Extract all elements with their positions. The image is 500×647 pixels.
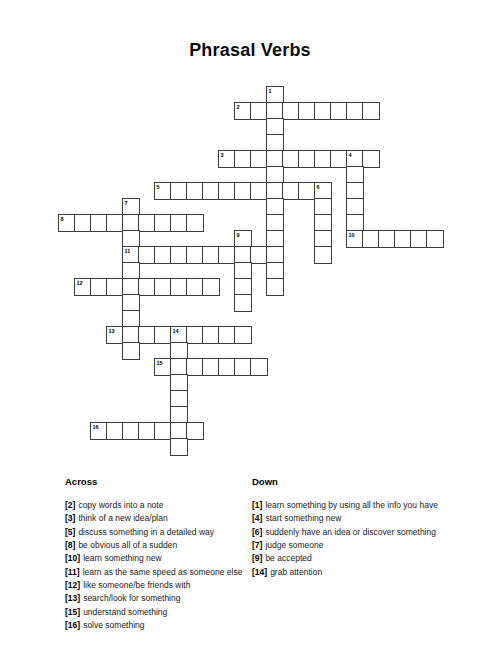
crossword-cell[interactable] bbox=[314, 102, 332, 120]
clue-number: [2] bbox=[65, 500, 75, 510]
crossword-cell[interactable] bbox=[138, 326, 156, 344]
clue-text: judge someone bbox=[265, 540, 323, 550]
crossword-cell[interactable] bbox=[122, 214, 140, 232]
cell-number: 8 bbox=[61, 216, 64, 222]
crossword-cell[interactable] bbox=[122, 342, 140, 360]
crossword-cell[interactable] bbox=[266, 246, 284, 264]
crossword-cell[interactable] bbox=[298, 150, 316, 168]
clue-text: solve something bbox=[83, 620, 144, 630]
down-header: Down bbox=[252, 476, 497, 487]
clue-number: [4] bbox=[252, 513, 262, 523]
crossword-cell[interactable] bbox=[314, 214, 332, 232]
clue-number: [5] bbox=[65, 527, 75, 537]
clue-number: [6] bbox=[252, 527, 262, 537]
crossword-cell[interactable] bbox=[218, 246, 236, 264]
clue-number: [1] bbox=[252, 500, 262, 510]
crossword-cell[interactable] bbox=[330, 102, 348, 120]
crossword-cell[interactable] bbox=[170, 342, 188, 360]
clue-item: [4]start something new bbox=[252, 512, 497, 525]
crossword-cell[interactable] bbox=[170, 214, 188, 232]
crossword-cell[interactable] bbox=[298, 102, 316, 120]
crossword-cell[interactable] bbox=[202, 182, 220, 200]
cell-number: 4 bbox=[349, 152, 352, 158]
crossword-cell[interactable]: 10 bbox=[346, 230, 364, 248]
crossword-cell[interactable] bbox=[106, 422, 124, 440]
crossword-cell[interactable] bbox=[186, 326, 204, 344]
cell-number: 1 bbox=[269, 88, 272, 94]
crossword-cell[interactable] bbox=[266, 182, 284, 200]
crossword-cell[interactable] bbox=[314, 246, 332, 264]
crossword-cell[interactable] bbox=[394, 230, 412, 248]
down-clue-list: [1]learn something by using all the info… bbox=[252, 499, 497, 579]
clue-text: discuss something in a detailed way bbox=[78, 527, 214, 537]
crossword-cell[interactable] bbox=[154, 422, 172, 440]
crossword-cell[interactable] bbox=[186, 214, 204, 232]
clue-item: [13]search/look for something bbox=[65, 592, 250, 605]
crossword-cell[interactable]: 4 bbox=[346, 150, 364, 168]
crossword-cell[interactable] bbox=[346, 198, 364, 216]
clue-item: [2]copy words into a note bbox=[65, 499, 250, 512]
crossword-cell[interactable]: 16 bbox=[90, 422, 108, 440]
crossword-cell[interactable] bbox=[186, 246, 204, 264]
crossword-cell[interactable] bbox=[314, 198, 332, 216]
crossword-cell[interactable] bbox=[218, 182, 236, 200]
clue-item: [12]like someone/be friends with bbox=[65, 579, 250, 592]
crossword-cell[interactable] bbox=[170, 374, 188, 392]
crossword-cell[interactable] bbox=[266, 230, 284, 248]
puzzle-title: Phrasal Verbs bbox=[0, 40, 500, 61]
crossword-cell[interactable] bbox=[346, 166, 364, 184]
crossword-cell[interactable] bbox=[122, 230, 140, 248]
crossword-cell[interactable] bbox=[426, 230, 444, 248]
clue-number: [7] bbox=[252, 540, 262, 550]
crossword-cell[interactable] bbox=[138, 214, 156, 232]
crossword-cell[interactable] bbox=[122, 422, 140, 440]
crossword-cell[interactable] bbox=[234, 262, 252, 280]
crossword-cell[interactable] bbox=[202, 278, 220, 296]
crossword-cell[interactable] bbox=[346, 182, 364, 200]
crossword-cell[interactable] bbox=[266, 134, 284, 152]
crossword-cell[interactable] bbox=[186, 358, 204, 376]
crossword-cell[interactable]: 12 bbox=[74, 278, 92, 296]
cell-number: 15 bbox=[157, 360, 163, 366]
crossword-cell[interactable]: 6 bbox=[314, 182, 332, 200]
crossword-cell[interactable] bbox=[218, 358, 236, 376]
crossword-cell[interactable] bbox=[330, 150, 348, 168]
crossword-cell[interactable]: 9 bbox=[234, 230, 252, 248]
clue-item: [7]judge someone bbox=[252, 539, 497, 552]
crossword-cell[interactable] bbox=[250, 102, 268, 120]
crossword-cell[interactable] bbox=[266, 102, 284, 120]
crossword-cell[interactable]: 13 bbox=[106, 326, 124, 344]
crossword-cell[interactable] bbox=[106, 214, 124, 232]
clue-number: [14] bbox=[252, 567, 267, 577]
crossword-cell[interactable] bbox=[154, 246, 172, 264]
clue-text: suddenly have an idea or discover someth… bbox=[265, 527, 436, 537]
crossword-cell[interactable] bbox=[202, 246, 220, 264]
clue-text: learn as the same speed as someone else bbox=[83, 567, 243, 577]
crossword-cell[interactable] bbox=[346, 102, 364, 120]
crossword-cell[interactable] bbox=[122, 278, 140, 296]
crossword-cell[interactable] bbox=[250, 150, 268, 168]
crossword-cell[interactable] bbox=[410, 230, 428, 248]
crossword-cell[interactable]: 14 bbox=[170, 326, 188, 344]
crossword-cell[interactable] bbox=[218, 326, 236, 344]
cell-number: 7 bbox=[125, 200, 128, 206]
across-header: Across bbox=[65, 476, 250, 487]
clue-number: [3] bbox=[65, 513, 75, 523]
crossword-cell[interactable] bbox=[314, 150, 332, 168]
crossword-cell[interactable]: 3 bbox=[218, 150, 236, 168]
page: Phrasal Verbs 12345678910111213141516 Ac… bbox=[0, 0, 500, 647]
crossword-cell[interactable] bbox=[234, 294, 252, 312]
crossword-cell[interactable] bbox=[122, 294, 140, 312]
cell-number: 16 bbox=[93, 424, 99, 430]
crossword-cell[interactable] bbox=[266, 198, 284, 216]
crossword-cell[interactable] bbox=[282, 182, 300, 200]
crossword-cell[interactable] bbox=[154, 326, 172, 344]
crossword-cell[interactable] bbox=[170, 246, 188, 264]
crossword-cell[interactable] bbox=[202, 326, 220, 344]
crossword-cell[interactable] bbox=[74, 214, 92, 232]
clue-number: [11] bbox=[65, 567, 80, 577]
crossword-cell[interactable] bbox=[154, 278, 172, 296]
across-clue-list: [2]copy words into a note[3]think of a n… bbox=[65, 499, 250, 632]
crossword-cell[interactable] bbox=[362, 150, 380, 168]
clue-number: [13] bbox=[65, 593, 80, 603]
clue-text: learn something by using all the info yo… bbox=[265, 500, 437, 510]
crossword-cell[interactable] bbox=[170, 358, 188, 376]
crossword-cell[interactable] bbox=[170, 438, 188, 456]
clue-text: search/look for something bbox=[83, 593, 180, 603]
clue-item: [9]be accepted bbox=[252, 552, 497, 565]
crossword-cell[interactable] bbox=[266, 150, 284, 168]
crossword-cell[interactable] bbox=[234, 182, 252, 200]
crossword-cell[interactable]: 2 bbox=[234, 102, 252, 120]
crossword-cell[interactable] bbox=[378, 230, 396, 248]
down-clues-column: Down [1]learn something by using all the… bbox=[252, 476, 497, 579]
crossword-cell[interactable] bbox=[90, 278, 108, 296]
crossword-cell[interactable]: 8 bbox=[58, 214, 76, 232]
crossword-cell[interactable] bbox=[234, 358, 252, 376]
crossword-cell[interactable] bbox=[90, 214, 108, 232]
crossword-cell[interactable] bbox=[122, 310, 140, 328]
cell-number: 14 bbox=[173, 328, 179, 334]
crossword-cell[interactable] bbox=[250, 358, 268, 376]
clue-text: be accepted bbox=[265, 553, 311, 563]
crossword-cell[interactable] bbox=[234, 278, 252, 296]
clue-text: think of a new idea/plan bbox=[78, 513, 167, 523]
cell-number: 11 bbox=[125, 248, 131, 254]
crossword-cell[interactable] bbox=[362, 230, 380, 248]
clue-text: grab attention bbox=[270, 567, 322, 577]
cell-number: 6 bbox=[317, 184, 320, 190]
crossword-cell[interactable] bbox=[170, 406, 188, 424]
clue-text: start something new bbox=[265, 513, 341, 523]
clue-item: [8]be obvious all of a sudden bbox=[65, 539, 250, 552]
crossword-cell[interactable] bbox=[266, 278, 284, 296]
clue-number: [12] bbox=[65, 580, 80, 590]
cell-number: 5 bbox=[157, 184, 160, 190]
crossword-cell[interactable]: 7 bbox=[122, 198, 140, 216]
clue-number: [9] bbox=[252, 553, 262, 563]
crossword-cell[interactable] bbox=[346, 214, 364, 232]
across-clues-column: Across [2]copy words into a note[3]think… bbox=[65, 476, 250, 632]
clue-text: understand something bbox=[83, 607, 167, 617]
clue-item: [3]think of a new idea/plan bbox=[65, 512, 250, 525]
crossword-cell[interactable] bbox=[186, 182, 204, 200]
crossword-cell[interactable]: 1 bbox=[266, 86, 284, 104]
crossword-cell[interactable] bbox=[106, 278, 124, 296]
clue-item: [10]learn something new bbox=[65, 552, 250, 565]
crossword-cell[interactable] bbox=[266, 214, 284, 232]
clue-number: [10] bbox=[65, 553, 80, 563]
crossword-cell[interactable] bbox=[362, 102, 380, 120]
crossword-cell[interactable] bbox=[282, 102, 300, 120]
crossword-cell[interactable] bbox=[266, 166, 284, 184]
clue-text: learn something new bbox=[83, 553, 161, 563]
crossword-cell[interactable] bbox=[266, 118, 284, 136]
crossword-cell[interactable] bbox=[138, 422, 156, 440]
crossword-cell[interactable]: 5 bbox=[154, 182, 172, 200]
crossword-cell[interactable] bbox=[266, 262, 284, 280]
crossword-cell[interactable]: 15 bbox=[154, 358, 172, 376]
crossword-cell[interactable] bbox=[202, 358, 220, 376]
crossword-cell[interactable] bbox=[170, 278, 188, 296]
crossword-cell[interactable] bbox=[122, 326, 140, 344]
cell-number: 13 bbox=[109, 328, 115, 334]
crossword-cell[interactable] bbox=[154, 214, 172, 232]
crossword-cell[interactable] bbox=[186, 422, 204, 440]
clue-item: [14]grab attention bbox=[252, 566, 497, 579]
crossword-cell[interactable] bbox=[314, 230, 332, 248]
crossword-cell[interactable] bbox=[282, 150, 300, 168]
crossword-cell[interactable]: 11 bbox=[122, 246, 140, 264]
crossword-cell[interactable] bbox=[138, 246, 156, 264]
crossword-cell[interactable] bbox=[170, 390, 188, 408]
crossword-cell[interactable] bbox=[186, 278, 204, 296]
cell-number: 2 bbox=[237, 104, 240, 110]
crossword-cell[interactable] bbox=[298, 182, 316, 200]
cell-number: 10 bbox=[349, 232, 355, 238]
clue-item: [11]learn as the same speed as someone e… bbox=[65, 566, 250, 579]
crossword-cell[interactable] bbox=[138, 278, 156, 296]
clue-number: [16] bbox=[65, 620, 80, 630]
cell-number: 12 bbox=[77, 280, 83, 286]
cell-number: 3 bbox=[221, 152, 224, 158]
crossword-cell[interactable] bbox=[250, 246, 268, 264]
clue-number: [15] bbox=[65, 607, 80, 617]
cell-number: 9 bbox=[237, 232, 240, 238]
clue-item: [16]solve something bbox=[65, 619, 250, 632]
clue-number: [8] bbox=[65, 540, 75, 550]
clue-text: be obvious all of a sudden bbox=[78, 540, 177, 550]
clue-text: like someone/be friends with bbox=[83, 580, 190, 590]
crossword-cell[interactable] bbox=[250, 182, 268, 200]
clue-text: copy words into a note bbox=[78, 500, 163, 510]
clue-item: [6]suddenly have an idea or discover som… bbox=[252, 526, 497, 539]
crossword-cell[interactable] bbox=[234, 246, 252, 264]
clue-item: [15]understand something bbox=[65, 606, 250, 619]
clue-item: [5]discuss something in a detailed way bbox=[65, 526, 250, 539]
crossword-cell[interactable] bbox=[122, 262, 140, 280]
crossword-cell[interactable] bbox=[170, 422, 188, 440]
crossword-cell[interactable] bbox=[234, 150, 252, 168]
crossword-cell[interactable] bbox=[170, 182, 188, 200]
crossword-cell[interactable] bbox=[234, 326, 252, 344]
clue-item: [1]learn something by using all the info… bbox=[252, 499, 497, 512]
